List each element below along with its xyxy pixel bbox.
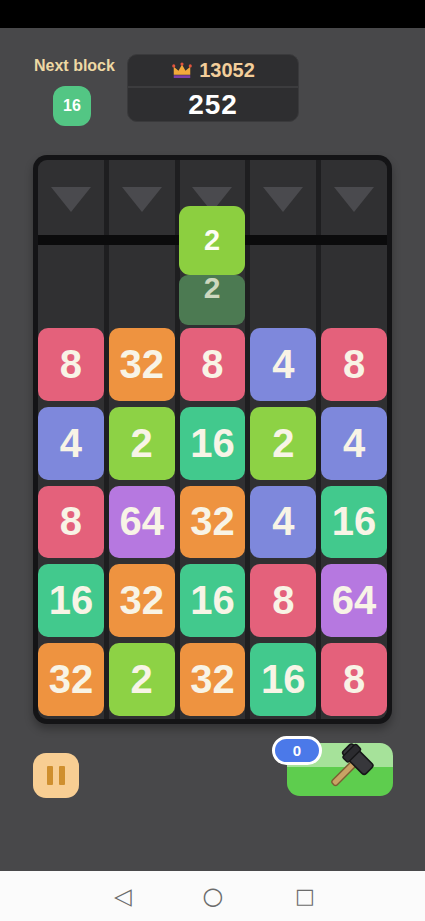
status-bar [0, 0, 425, 28]
nav-back-button[interactable]: ◁ [103, 871, 143, 921]
block-16: 16 [38, 564, 104, 637]
block-4: 4 [321, 407, 387, 480]
block-16: 16 [180, 407, 246, 480]
block-64: 64 [109, 486, 175, 559]
game-screen: Next block 16 13052 252 2 2 832848421624… [0, 0, 425, 921]
block-8: 8 [321, 643, 387, 716]
block-16: 16 [180, 564, 246, 637]
drop-arrow-icon [122, 187, 162, 212]
current-score-value: 252 [128, 88, 298, 121]
score-panel: 13052 252 [127, 54, 299, 122]
block-2: 2 [109, 643, 175, 716]
block-8: 8 [180, 328, 246, 401]
block-32: 32 [109, 564, 175, 637]
pause-button[interactable] [33, 753, 79, 798]
nav-recents-button[interactable]: □ [285, 871, 325, 921]
hammer-icon [321, 741, 379, 799]
block-16: 16 [250, 643, 316, 716]
block-4: 4 [250, 486, 316, 559]
game-board: 2 2 832848421624864324161632168643223216… [33, 155, 392, 724]
drop-arrow-icon [334, 187, 374, 212]
block-32: 32 [180, 486, 246, 559]
drop-arrow-icon [263, 187, 303, 212]
falling-block: 2 [179, 206, 245, 275]
block-64: 64 [321, 564, 387, 637]
falling-block-trail: 2 [179, 275, 245, 325]
hammer-count-badge: 0 [272, 736, 322, 765]
nav-home-button[interactable]: ○ [193, 871, 233, 921]
block-8: 8 [38, 328, 104, 401]
trail-value: 2 [179, 271, 245, 305]
block-4: 4 [250, 328, 316, 401]
block-32: 32 [38, 643, 104, 716]
next-block-tile: 16 [53, 86, 91, 126]
block-8: 8 [250, 564, 316, 637]
drop-arrow-icon [51, 187, 91, 212]
block-4: 4 [38, 407, 104, 480]
pause-icon [59, 766, 65, 785]
next-block-label: Next block [34, 57, 115, 75]
block-8: 8 [38, 486, 104, 559]
pause-icon [47, 766, 53, 785]
block-32: 32 [180, 643, 246, 716]
block-2: 2 [109, 407, 175, 480]
android-nav-bar: ◁ ○ □ [0, 871, 425, 921]
block-32: 32 [109, 328, 175, 401]
block-2: 2 [250, 407, 316, 480]
best-score-value: 13052 [199, 59, 255, 82]
block-8: 8 [321, 328, 387, 401]
best-score-row: 13052 [128, 55, 298, 88]
block-16: 16 [321, 486, 387, 559]
board-inner: 2 2 832848421624864324161632168643223216… [38, 160, 387, 719]
crown-icon [171, 62, 193, 79]
block-grid: 8328484216248643241616321686432232168 [38, 328, 387, 716]
